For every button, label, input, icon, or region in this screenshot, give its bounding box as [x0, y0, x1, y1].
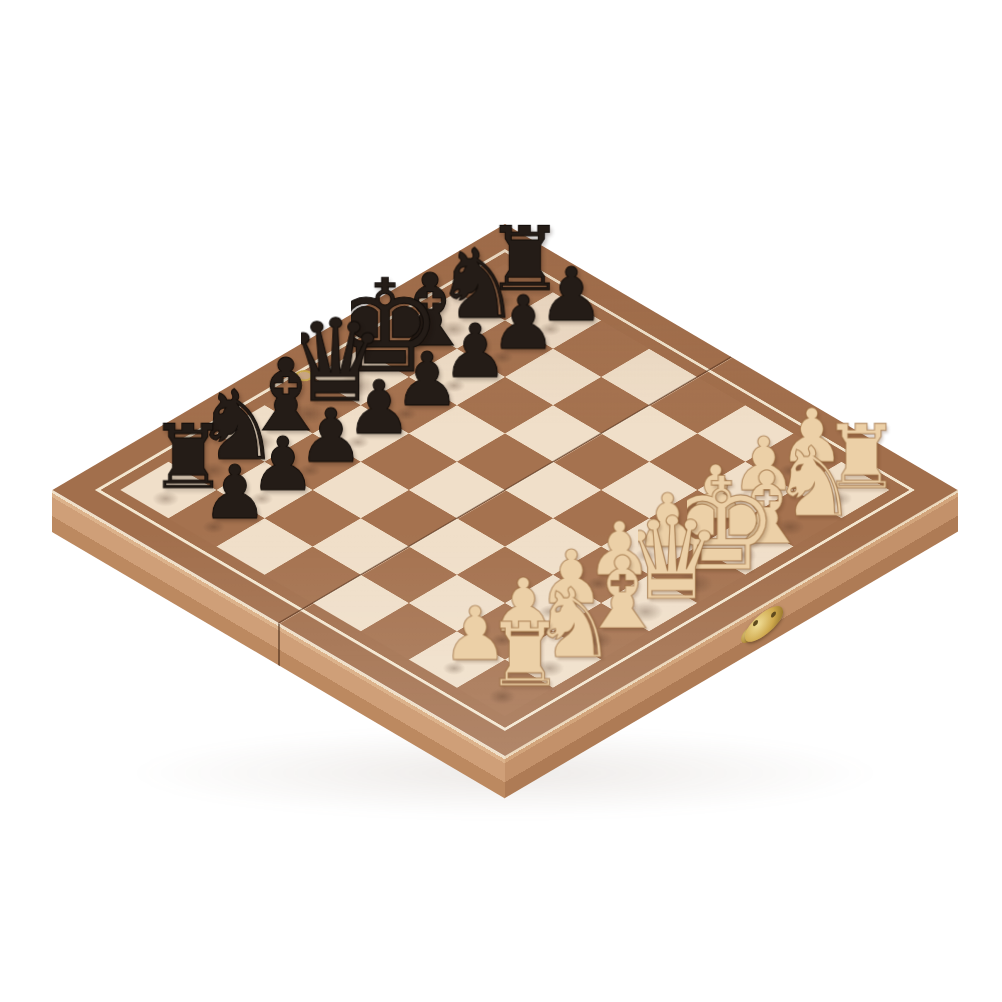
white-pawn: ♟ — [634, 483, 702, 557]
white-pawn: ♟ — [682, 455, 750, 529]
white-pawn: ♟ — [441, 596, 509, 670]
fold-seam-slit — [278, 623, 280, 666]
product-photo-stage: ♜♞♝♛♚♝♞♜♟♟♟♟♟♟♟♟♟♟♟♟♟♟♟♟♜♞♝♛♚♝♞♜ — [0, 0, 1002, 1002]
white-rook: ♜ — [491, 612, 559, 700]
chess-board: ♜♞♝♛♚♝♞♜♟♟♟♟♟♟♟♟♟♟♟♟♟♟♟♟♜♞♝♛♚♝♞♜ — [52, 224, 957, 756]
